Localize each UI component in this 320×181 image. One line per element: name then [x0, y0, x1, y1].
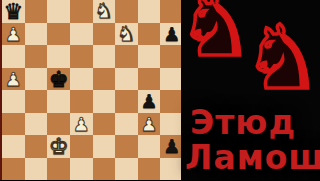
square-f2[interactable]	[115, 135, 138, 158]
white-pawn[interactable]: ♟	[141, 115, 158, 134]
square-d1[interactable]	[70, 158, 93, 181]
square-f7[interactable]: ♞	[115, 23, 138, 46]
white-knight[interactable]: ♞	[94, 2, 113, 23]
square-e6[interactable]	[93, 45, 116, 68]
square-a4[interactable]	[2, 90, 25, 113]
white-pawn[interactable]: ♟	[73, 115, 90, 134]
square-f5[interactable]	[115, 68, 138, 91]
square-d5[interactable]	[70, 68, 93, 91]
square-h3[interactable]	[160, 113, 183, 136]
square-e4[interactable]	[93, 90, 116, 113]
square-b3[interactable]	[25, 113, 48, 136]
black-pawn[interactable]: ♟	[163, 138, 180, 157]
square-a8[interactable]: ♛	[2, 0, 25, 23]
square-e5[interactable]	[93, 68, 116, 91]
square-d7[interactable]	[70, 23, 93, 46]
square-b6[interactable]	[25, 45, 48, 68]
black-pawn[interactable]: ♟	[141, 93, 158, 112]
square-g2[interactable]	[138, 135, 161, 158]
square-e1[interactable]	[93, 158, 116, 181]
square-d2[interactable]	[70, 135, 93, 158]
square-e8[interactable]: ♞	[93, 0, 116, 23]
square-f6[interactable]	[115, 45, 138, 68]
square-g8[interactable]	[138, 0, 161, 23]
thumbnail: ♛♞♟♞♟♟♚♟♟♟♚♟ ♞ ♞ Этюд Ламоша	[0, 0, 320, 180]
red-knight-icon: ♞	[243, 14, 320, 102]
square-h4[interactable]	[160, 90, 183, 113]
square-a2[interactable]	[2, 135, 25, 158]
square-a6[interactable]	[2, 45, 25, 68]
square-b5[interactable]	[25, 68, 48, 91]
square-f8[interactable]	[115, 0, 138, 23]
square-g3[interactable]: ♟	[138, 113, 161, 136]
white-king[interactable]: ♚	[49, 136, 69, 158]
square-c6[interactable]	[47, 45, 70, 68]
square-d3[interactable]: ♟	[70, 113, 93, 136]
white-pawn[interactable]: ♟	[5, 25, 22, 44]
white-pawn[interactable]: ♟	[5, 70, 22, 89]
square-f1[interactable]	[115, 158, 138, 181]
square-b4[interactable]	[25, 90, 48, 113]
square-b8[interactable]	[25, 0, 48, 23]
square-g5[interactable]	[138, 68, 161, 91]
square-e2[interactable]	[93, 135, 116, 158]
square-b1[interactable]	[25, 158, 48, 181]
square-c5[interactable]: ♚	[47, 68, 70, 91]
caption-line-1: Этюд	[190, 106, 296, 139]
square-f4[interactable]	[115, 90, 138, 113]
square-g1[interactable]	[138, 158, 161, 181]
square-a5[interactable]: ♟	[2, 68, 25, 91]
square-e3[interactable]	[93, 113, 116, 136]
square-c1[interactable]	[47, 158, 70, 181]
square-f3[interactable]	[115, 113, 138, 136]
square-e7[interactable]	[93, 23, 116, 46]
square-g4[interactable]: ♟	[138, 90, 161, 113]
square-h2[interactable]: ♟	[160, 135, 183, 158]
square-c7[interactable]	[47, 23, 70, 46]
square-d6[interactable]	[70, 45, 93, 68]
square-g7[interactable]	[138, 23, 161, 46]
chess-board: ♛♞♟♞♟♟♚♟♟♟♚♟	[0, 0, 181, 180]
square-a3[interactable]	[2, 113, 25, 136]
square-c4[interactable]	[47, 90, 70, 113]
white-knight[interactable]: ♞	[117, 24, 136, 45]
square-h1[interactable]	[160, 158, 183, 181]
square-c2[interactable]: ♚	[47, 135, 70, 158]
black-king[interactable]: ♚	[49, 69, 69, 91]
square-b7[interactable]	[25, 23, 48, 46]
black-queen[interactable]: ♛	[3, 1, 23, 23]
caption-line-2: Ламоша	[185, 141, 320, 174]
square-c8[interactable]	[47, 0, 70, 23]
square-d4[interactable]	[70, 90, 93, 113]
square-b2[interactable]	[25, 135, 48, 158]
square-c3[interactable]	[47, 113, 70, 136]
square-a7[interactable]: ♟	[2, 23, 25, 46]
square-a1[interactable]	[2, 158, 25, 181]
square-d8[interactable]	[70, 0, 93, 23]
square-g6[interactable]	[138, 45, 161, 68]
